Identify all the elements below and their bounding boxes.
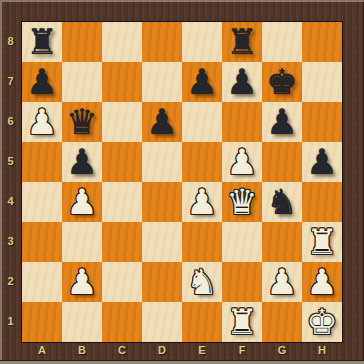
piece-white-pawn[interactable]: ♟ xyxy=(302,262,342,302)
square-a1[interactable] xyxy=(22,302,62,342)
square-c1[interactable] xyxy=(102,302,142,342)
square-h1[interactable]: ♚ xyxy=(302,302,342,342)
square-g1[interactable] xyxy=(262,302,302,342)
piece-white-pawn[interactable]: ♟ xyxy=(62,182,102,222)
square-g5[interactable] xyxy=(262,142,302,182)
square-g8[interactable] xyxy=(262,22,302,62)
square-b4[interactable]: ♟ xyxy=(62,182,102,222)
square-a4[interactable] xyxy=(22,182,62,222)
rank-label-7: 7 xyxy=(0,61,21,101)
square-a2[interactable] xyxy=(22,262,62,302)
file-label-h: H xyxy=(302,342,342,358)
file-label-a: A xyxy=(22,342,62,358)
square-c7[interactable] xyxy=(102,62,142,102)
square-a3[interactable] xyxy=(22,222,62,262)
square-b5[interactable]: ♟ xyxy=(62,142,102,182)
square-e8[interactable] xyxy=(182,22,222,62)
square-b6[interactable]: ♛ xyxy=(62,102,102,142)
square-c4[interactable] xyxy=(102,182,142,222)
square-b7[interactable] xyxy=(62,62,102,102)
file-labels: ABCDEFGH xyxy=(22,342,342,358)
square-d7[interactable] xyxy=(142,62,182,102)
rank-label-1: 1 xyxy=(0,301,21,341)
square-g6[interactable]: ♟ xyxy=(262,102,302,142)
rank-label-5: 5 xyxy=(0,141,21,181)
chess-board-window: 87654321 ABCDEFGH ♜♜♟♟♟♚♟♛♟♟♟♟♟♟♟♛♞♜♟♞♟♟… xyxy=(0,0,364,364)
square-b2[interactable]: ♟ xyxy=(62,262,102,302)
square-c2[interactable] xyxy=(102,262,142,302)
square-d2[interactable] xyxy=(142,262,182,302)
piece-black-pawn[interactable]: ♟ xyxy=(22,62,62,102)
square-h4[interactable] xyxy=(302,182,342,222)
square-c8[interactable] xyxy=(102,22,142,62)
square-d8[interactable] xyxy=(142,22,182,62)
file-label-b: B xyxy=(62,342,102,358)
square-f2[interactable] xyxy=(222,262,262,302)
piece-white-pawn[interactable]: ♟ xyxy=(262,262,302,302)
piece-black-pawn[interactable]: ♟ xyxy=(262,102,302,142)
square-b1[interactable] xyxy=(62,302,102,342)
square-e6[interactable] xyxy=(182,102,222,142)
piece-black-king[interactable]: ♚ xyxy=(262,62,302,102)
square-a6[interactable]: ♟ xyxy=(22,102,62,142)
square-e4[interactable]: ♟ xyxy=(182,182,222,222)
square-c5[interactable] xyxy=(102,142,142,182)
square-d5[interactable] xyxy=(142,142,182,182)
square-h2[interactable]: ♟ xyxy=(302,262,342,302)
square-e3[interactable] xyxy=(182,222,222,262)
file-label-d: D xyxy=(142,342,182,358)
piece-white-pawn[interactable]: ♟ xyxy=(222,142,262,182)
square-g4[interactable]: ♞ xyxy=(262,182,302,222)
square-d3[interactable] xyxy=(142,222,182,262)
piece-white-pawn[interactable]: ♟ xyxy=(182,182,222,222)
piece-white-knight[interactable]: ♞ xyxy=(182,262,222,302)
file-label-c: C xyxy=(102,342,142,358)
piece-black-pawn[interactable]: ♟ xyxy=(222,62,262,102)
square-c6[interactable] xyxy=(102,102,142,142)
square-e1[interactable] xyxy=(182,302,222,342)
square-f4[interactable]: ♛ xyxy=(222,182,262,222)
square-a5[interactable] xyxy=(22,142,62,182)
piece-white-rook[interactable]: ♜ xyxy=(302,222,342,262)
square-h8[interactable] xyxy=(302,22,342,62)
square-b8[interactable] xyxy=(62,22,102,62)
square-b3[interactable] xyxy=(62,222,102,262)
square-h7[interactable] xyxy=(302,62,342,102)
square-f8[interactable]: ♜ xyxy=(222,22,262,62)
piece-white-rook[interactable]: ♜ xyxy=(222,302,262,342)
piece-black-pawn[interactable]: ♟ xyxy=(142,102,182,142)
piece-black-rook[interactable]: ♜ xyxy=(22,22,62,62)
piece-black-pawn[interactable]: ♟ xyxy=(182,62,222,102)
square-g7[interactable]: ♚ xyxy=(262,62,302,102)
square-f7[interactable]: ♟ xyxy=(222,62,262,102)
rank-label-4: 4 xyxy=(0,181,21,221)
square-g3[interactable] xyxy=(262,222,302,262)
square-g2[interactable]: ♟ xyxy=(262,262,302,302)
rank-labels: 87654321 xyxy=(0,21,21,341)
square-e5[interactable] xyxy=(182,142,222,182)
square-e2[interactable]: ♞ xyxy=(182,262,222,302)
piece-white-pawn[interactable]: ♟ xyxy=(62,262,102,302)
square-a7[interactable]: ♟ xyxy=(22,62,62,102)
square-h3[interactable]: ♜ xyxy=(302,222,342,262)
piece-black-rook[interactable]: ♜ xyxy=(222,22,262,62)
window-edge xyxy=(0,360,364,364)
rank-label-6: 6 xyxy=(0,101,21,141)
rank-label-3: 3 xyxy=(0,221,21,261)
square-h5[interactable]: ♟ xyxy=(302,142,342,182)
square-c3[interactable] xyxy=(102,222,142,262)
file-label-e: E xyxy=(182,342,222,358)
file-label-f: F xyxy=(222,342,262,358)
piece-white-king[interactable]: ♚ xyxy=(302,302,342,342)
piece-black-knight[interactable]: ♞ xyxy=(262,182,302,222)
piece-white-queen[interactable]: ♛ xyxy=(222,182,262,222)
chessboard: ♜♜♟♟♟♚♟♛♟♟♟♟♟♟♟♛♞♜♟♞♟♟♜♚ xyxy=(21,21,343,343)
square-d6[interactable]: ♟ xyxy=(142,102,182,142)
square-d1[interactable] xyxy=(142,302,182,342)
piece-black-pawn[interactable]: ♟ xyxy=(62,142,102,182)
square-f3[interactable] xyxy=(222,222,262,262)
piece-black-queen[interactable]: ♛ xyxy=(62,102,102,142)
square-f5[interactable]: ♟ xyxy=(222,142,262,182)
square-e7[interactable]: ♟ xyxy=(182,62,222,102)
rank-label-8: 8 xyxy=(0,21,21,61)
file-label-g: G xyxy=(262,342,302,358)
square-h6[interactable] xyxy=(302,102,342,142)
piece-white-pawn[interactable]: ♟ xyxy=(22,102,62,142)
square-a8[interactable]: ♜ xyxy=(22,22,62,62)
square-f1[interactable]: ♜ xyxy=(222,302,262,342)
piece-black-pawn[interactable]: ♟ xyxy=(302,142,342,182)
square-d4[interactable] xyxy=(142,182,182,222)
rank-label-2: 2 xyxy=(0,261,21,301)
square-f6[interactable] xyxy=(222,102,262,142)
